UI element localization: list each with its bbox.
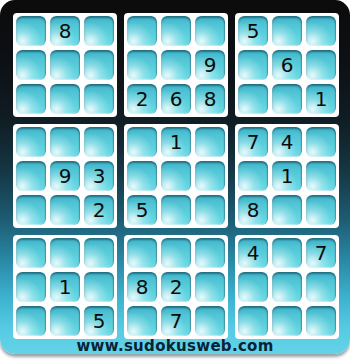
sudoku-cell-r6c8[interactable]: [272, 195, 302, 225]
sudoku-cell-r8c1[interactable]: [16, 272, 46, 302]
sudoku-cell-r6c3[interactable]: 2: [84, 195, 114, 225]
sudoku-cell-r6c7[interactable]: 8: [238, 195, 268, 225]
sudoku-cell-r9c8[interactable]: [272, 306, 302, 336]
sudoku-cell-r2c8[interactable]: 6: [272, 50, 302, 80]
sudoku-cell-r4c6[interactable]: [195, 127, 225, 157]
sudoku-cell-r2c3[interactable]: [84, 50, 114, 80]
sudoku-cell-r9c6[interactable]: [195, 306, 225, 336]
sudoku-cell-r1c3[interactable]: [84, 16, 114, 46]
sudoku-cell-r4c1[interactable]: [16, 127, 46, 157]
sudoku-cell-r5c8[interactable]: 1: [272, 161, 302, 191]
sudoku-cell-r5c6[interactable]: [195, 161, 225, 191]
sudoku-box-2: 9268: [124, 13, 228, 117]
sudoku-board: 892685619321574181582747: [13, 13, 339, 339]
sudoku-cell-r9c2[interactable]: [50, 306, 80, 336]
sudoku-cell-r3c5[interactable]: 6: [161, 84, 191, 114]
sudoku-cell-r4c4[interactable]: [127, 127, 157, 157]
sudoku-cell-r9c5[interactable]: 7: [161, 306, 191, 336]
sudoku-cell-r7c2[interactable]: [50, 238, 80, 268]
sudoku-cell-r8c8[interactable]: [272, 272, 302, 302]
sudoku-cell-r1c9[interactable]: [306, 16, 336, 46]
sudoku-cell-r6c4[interactable]: 5: [127, 195, 157, 225]
sudoku-cell-r2c6[interactable]: 9: [195, 50, 225, 80]
sudoku-cell-r8c5[interactable]: 2: [161, 272, 191, 302]
sudoku-cell-r4c5[interactable]: 1: [161, 127, 191, 157]
sudoku-cell-r2c7[interactable]: [238, 50, 268, 80]
sudoku-cell-r3c2[interactable]: [50, 84, 80, 114]
sudoku-cell-r5c2[interactable]: 9: [50, 161, 80, 191]
sudoku-cell-r4c9[interactable]: [306, 127, 336, 157]
sudoku-cell-r4c7[interactable]: 7: [238, 127, 268, 157]
sudoku-box-5: 15: [124, 124, 228, 228]
sudoku-cell-r7c3[interactable]: [84, 238, 114, 268]
sudoku-cell-r1c1[interactable]: [16, 16, 46, 46]
sudoku-cell-r4c2[interactable]: [50, 127, 80, 157]
sudoku-cell-r1c8[interactable]: [272, 16, 302, 46]
sudoku-cell-r9c4[interactable]: [127, 306, 157, 336]
sudoku-cell-r8c4[interactable]: 8: [127, 272, 157, 302]
sudoku-box-8: 827: [124, 235, 228, 339]
sudoku-cell-r9c3[interactable]: 5: [84, 306, 114, 336]
sudoku-cell-r7c4[interactable]: [127, 238, 157, 268]
sudoku-cell-r1c6[interactable]: [195, 16, 225, 46]
sudoku-cell-r7c1[interactable]: [16, 238, 46, 268]
sudoku-cell-r5c9[interactable]: [306, 161, 336, 191]
sudoku-cell-r5c7[interactable]: [238, 161, 268, 191]
sudoku-cell-r9c1[interactable]: [16, 306, 46, 336]
sudoku-cell-r7c9[interactable]: 7: [306, 238, 336, 268]
sudoku-cell-r7c5[interactable]: [161, 238, 191, 268]
sudoku-cell-r1c4[interactable]: [127, 16, 157, 46]
sudoku-box-7: 15: [13, 235, 117, 339]
sudoku-cell-r7c8[interactable]: [272, 238, 302, 268]
sudoku-cell-r4c8[interactable]: 4: [272, 127, 302, 157]
sudoku-cell-r6c6[interactable]: [195, 195, 225, 225]
sudoku-cell-r5c4[interactable]: [127, 161, 157, 191]
sudoku-cell-r3c1[interactable]: [16, 84, 46, 114]
sudoku-cell-r8c7[interactable]: [238, 272, 268, 302]
sudoku-cell-r5c1[interactable]: [16, 161, 46, 191]
sudoku-cell-r7c6[interactable]: [195, 238, 225, 268]
sudoku-cell-r2c2[interactable]: [50, 50, 80, 80]
sudoku-cell-r6c9[interactable]: [306, 195, 336, 225]
sudoku-cell-r2c9[interactable]: [306, 50, 336, 80]
sudoku-cell-r5c3[interactable]: 3: [84, 161, 114, 191]
sudoku-cell-r7c7[interactable]: 4: [238, 238, 268, 268]
sudoku-cell-r1c5[interactable]: [161, 16, 191, 46]
sudoku-cell-r2c5[interactable]: [161, 50, 191, 80]
sudoku-widget: 892685619321574181582747 www.sudokusweb.…: [0, 0, 350, 354]
sudoku-cell-r8c3[interactable]: [84, 272, 114, 302]
sudoku-cell-r3c3[interactable]: [84, 84, 114, 114]
sudoku-cell-r9c9[interactable]: [306, 306, 336, 336]
sudoku-box-6: 7418: [235, 124, 339, 228]
sudoku-cell-r9c7[interactable]: [238, 306, 268, 336]
sudoku-cell-r3c6[interactable]: 8: [195, 84, 225, 114]
sudoku-box-4: 932: [13, 124, 117, 228]
sudoku-cell-r8c2[interactable]: 1: [50, 272, 80, 302]
sudoku-cell-r4c3[interactable]: [84, 127, 114, 157]
sudoku-cell-r2c4[interactable]: [127, 50, 157, 80]
sudoku-cell-r6c2[interactable]: [50, 195, 80, 225]
sudoku-cell-r3c4[interactable]: 2: [127, 84, 157, 114]
sudoku-cell-r3c9[interactable]: 1: [306, 84, 336, 114]
sudoku-cell-r2c1[interactable]: [16, 50, 46, 80]
sudoku-cell-r1c7[interactable]: 5: [238, 16, 268, 46]
sudoku-box-3: 561: [235, 13, 339, 117]
footer-url-link[interactable]: www.sudokusweb.com: [0, 337, 350, 355]
sudoku-box-9: 47: [235, 235, 339, 339]
sudoku-cell-r6c1[interactable]: [16, 195, 46, 225]
sudoku-cell-r3c7[interactable]: [238, 84, 268, 114]
sudoku-cell-r8c6[interactable]: [195, 272, 225, 302]
sudoku-cell-r6c5[interactable]: [161, 195, 191, 225]
sudoku-cell-r1c2[interactable]: 8: [50, 16, 80, 46]
sudoku-box-1: 8: [13, 13, 117, 117]
sudoku-cell-r8c9[interactable]: [306, 272, 336, 302]
sudoku-cell-r3c8[interactable]: [272, 84, 302, 114]
sudoku-cell-r5c5[interactable]: [161, 161, 191, 191]
